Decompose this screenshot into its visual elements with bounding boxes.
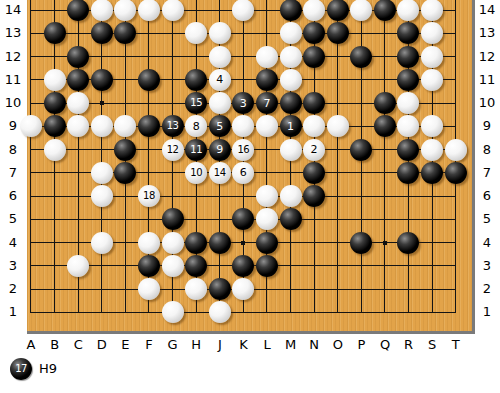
intersection-B12[interactable]	[43, 45, 67, 68]
grid-line-horizontal	[90, 265, 114, 266]
intersection-F3[interactable]	[137, 254, 161, 277]
intersection-Q3[interactable]	[373, 254, 397, 277]
intersection-O1[interactable]	[326, 301, 350, 324]
intersection-O2[interactable]	[326, 277, 350, 300]
grid-line-horizontal	[114, 289, 138, 290]
intersection-B3[interactable]	[43, 254, 67, 277]
intersection-H7[interactable]: 10	[184, 161, 208, 184]
intersection-L4[interactable]	[255, 231, 279, 254]
grid-line-horizontal	[30, 56, 42, 57]
intersection-S12[interactable]	[420, 45, 444, 68]
black-stone-L10: 7	[256, 92, 278, 114]
intersection-M5[interactable]	[279, 208, 303, 231]
intersection-O9[interactable]	[326, 115, 350, 138]
intersection-H2[interactable]	[184, 277, 208, 300]
intersection-R13[interactable]	[397, 22, 421, 45]
intersection-H9[interactable]: 8	[184, 115, 208, 138]
intersection-H12[interactable]	[184, 45, 208, 68]
intersection-K3[interactable]	[232, 254, 256, 277]
black-stone-E7	[114, 162, 136, 184]
black-stone-H8: 11	[185, 139, 207, 161]
intersection-E8[interactable]	[114, 138, 138, 161]
intersection-H3[interactable]	[184, 254, 208, 277]
intersection-N12[interactable]	[302, 45, 326, 68]
intersection-P11[interactable]	[350, 68, 374, 91]
intersection-B2[interactable]	[43, 277, 67, 300]
intersection-L11[interactable]	[255, 68, 279, 91]
intersection-D1[interactable]	[90, 301, 114, 324]
intersection-S14[interactable]	[420, 0, 444, 22]
intersection-T4[interactable]	[444, 231, 468, 254]
intersection-G4[interactable]	[161, 231, 185, 254]
intersection-S4[interactable]	[420, 231, 444, 254]
intersection-E5[interactable]	[114, 208, 138, 231]
intersection-K9[interactable]	[232, 115, 256, 138]
intersection-G3[interactable]	[161, 254, 185, 277]
grid-line-horizontal	[373, 56, 397, 57]
intersection-Q14[interactable]	[373, 0, 397, 22]
black-stone-J2	[209, 278, 231, 300]
row-label-left-4: 4	[0, 235, 26, 251]
intersection-D9[interactable]	[90, 115, 114, 138]
intersection-A9[interactable]	[19, 115, 43, 138]
intersection-N5[interactable]	[302, 208, 326, 231]
intersection-M7[interactable]	[279, 161, 303, 184]
intersection-S2[interactable]	[420, 277, 444, 300]
intersection-D14[interactable]	[90, 0, 114, 22]
intersection-C1[interactable]	[66, 301, 90, 324]
row-label-right-2: 2	[474, 281, 500, 297]
intersection-K14[interactable]	[232, 0, 256, 22]
intersection-P4[interactable]	[350, 231, 374, 254]
intersection-J12[interactable]	[208, 45, 232, 68]
intersection-M1[interactable]	[279, 301, 303, 324]
intersection-R8[interactable]	[397, 138, 421, 161]
intersection-L14[interactable]	[255, 0, 279, 22]
intersection-G12[interactable]	[161, 45, 185, 68]
intersection-T6[interactable]	[444, 184, 468, 207]
intersection-R1[interactable]	[397, 301, 421, 324]
intersection-S7[interactable]	[420, 161, 444, 184]
intersection-D2[interactable]	[90, 277, 114, 300]
intersection-R11[interactable]	[397, 68, 421, 91]
white-stone-J7: 14	[209, 162, 231, 184]
intersection-O10[interactable]	[326, 91, 350, 114]
annotation-move-number: 17	[15, 364, 27, 374]
intersection-L6[interactable]	[255, 184, 279, 207]
intersection-D8[interactable]	[90, 138, 114, 161]
white-stone-L6	[256, 185, 278, 207]
intersection-Q2[interactable]	[373, 277, 397, 300]
intersection-T3[interactable]	[444, 254, 468, 277]
intersection-G8[interactable]: 12	[161, 138, 185, 161]
intersection-O4[interactable]	[326, 231, 350, 254]
intersection-C13[interactable]	[66, 22, 90, 45]
intersection-Q6[interactable]	[373, 184, 397, 207]
intersection-H6[interactable]	[184, 184, 208, 207]
intersection-N13[interactable]	[302, 22, 326, 45]
intersection-L9[interactable]	[255, 115, 279, 138]
intersection-N8[interactable]: 2	[302, 138, 326, 161]
intersection-K13[interactable]	[232, 22, 256, 45]
intersection-Q5[interactable]	[373, 208, 397, 231]
intersection-B8[interactable]	[43, 138, 67, 161]
intersection-D12[interactable]	[90, 45, 114, 68]
intersection-K12[interactable]	[232, 45, 256, 68]
intersection-P13[interactable]	[350, 22, 374, 45]
intersection-F5[interactable]	[137, 208, 161, 231]
intersection-M8[interactable]	[279, 138, 303, 161]
intersection-M3[interactable]	[279, 254, 303, 277]
intersection-G9[interactable]: 13	[161, 115, 185, 138]
intersection-L1[interactable]	[255, 301, 279, 324]
intersection-P14[interactable]	[350, 0, 374, 22]
intersection-O5[interactable]	[326, 208, 350, 231]
intersection-M9[interactable]: 1	[279, 115, 303, 138]
intersection-O11[interactable]	[326, 68, 350, 91]
intersection-N1[interactable]	[302, 301, 326, 324]
grid-line-horizontal	[326, 196, 350, 197]
grid-line-horizontal	[232, 79, 256, 80]
grid-line-horizontal	[161, 79, 185, 80]
intersection-P1[interactable]	[350, 301, 374, 324]
intersection-M13[interactable]	[279, 22, 303, 45]
intersection-H1[interactable]	[184, 301, 208, 324]
intersection-S10[interactable]	[420, 91, 444, 114]
intersection-E13[interactable]	[114, 22, 138, 45]
intersection-F14[interactable]	[137, 0, 161, 22]
intersection-D10[interactable]	[90, 91, 114, 114]
white-stone-D6	[91, 185, 113, 207]
intersection-Q8[interactable]	[373, 138, 397, 161]
intersection-T14[interactable]	[444, 0, 468, 22]
intersection-G11[interactable]	[161, 68, 185, 91]
grid-line-horizontal	[444, 10, 456, 11]
intersection-J2[interactable]	[208, 277, 232, 300]
column-label-C: C	[65, 337, 91, 353]
white-stone-R9	[397, 115, 419, 137]
intersection-Q4[interactable]	[373, 231, 397, 254]
intersection-P10[interactable]	[350, 91, 374, 114]
intersection-S13[interactable]	[420, 22, 444, 45]
intersection-E12[interactable]	[114, 45, 138, 68]
intersection-C6[interactable]	[66, 184, 90, 207]
row-label-left-14: 14	[0, 2, 26, 18]
intersection-E11[interactable]	[114, 68, 138, 91]
intersection-K6[interactable]	[232, 184, 256, 207]
intersection-C4[interactable]	[66, 231, 90, 254]
intersection-R12[interactable]	[397, 45, 421, 68]
intersection-G2[interactable]	[161, 277, 185, 300]
intersection-M11[interactable]	[279, 68, 303, 91]
grid-line-horizontal	[350, 103, 374, 104]
intersection-N11[interactable]	[302, 68, 326, 91]
intersection-D13[interactable]	[90, 22, 114, 45]
intersection-L13[interactable]	[255, 22, 279, 45]
intersection-S11[interactable]	[420, 68, 444, 91]
intersection-C9[interactable]	[66, 115, 90, 138]
intersection-T12[interactable]	[444, 45, 468, 68]
intersection-B1[interactable]	[43, 301, 67, 324]
intersection-B14[interactable]	[43, 0, 67, 22]
intersection-G7[interactable]	[161, 161, 185, 184]
intersection-T11[interactable]	[444, 68, 468, 91]
intersection-O8[interactable]	[326, 138, 350, 161]
black-stone-N12	[303, 46, 325, 68]
intersection-K5[interactable]	[232, 208, 256, 231]
intersection-M4[interactable]	[279, 231, 303, 254]
grid-line-horizontal	[444, 265, 456, 266]
move-number-label: 2	[311, 144, 318, 155]
intersection-Q9[interactable]	[373, 115, 397, 138]
intersection-G14[interactable]	[161, 0, 185, 22]
grid-line-horizontal	[350, 289, 374, 290]
intersection-R10[interactable]	[397, 91, 421, 114]
intersection-B9[interactable]	[43, 115, 67, 138]
black-stone-J4	[209, 232, 231, 254]
intersection-P12[interactable]	[350, 45, 374, 68]
intersection-T2[interactable]	[444, 277, 468, 300]
intersection-J10[interactable]	[208, 91, 232, 114]
intersection-O7[interactable]	[326, 161, 350, 184]
grid-line-horizontal	[43, 219, 67, 220]
intersection-P8[interactable]	[350, 138, 374, 161]
intersection-G6[interactable]	[161, 184, 185, 207]
intersection-R3[interactable]	[397, 254, 421, 277]
intersection-R9[interactable]	[397, 115, 421, 138]
white-stone-B8	[44, 139, 66, 161]
intersection-J11[interactable]: 4	[208, 68, 232, 91]
grid-line-horizontal	[232, 33, 256, 34]
intersection-F2[interactable]	[137, 277, 161, 300]
intersection-N3[interactable]	[302, 254, 326, 277]
intersection-K7[interactable]: 6	[232, 161, 256, 184]
intersection-F6[interactable]: 18	[137, 184, 161, 207]
intersection-T5[interactable]	[444, 208, 468, 231]
intersection-C12[interactable]	[66, 45, 90, 68]
intersection-B5[interactable]	[43, 208, 67, 231]
grid-line-horizontal	[114, 265, 138, 266]
intersection-M14[interactable]	[279, 0, 303, 22]
grid-line-horizontal	[90, 312, 114, 313]
intersection-E14[interactable]	[114, 0, 138, 22]
intersection-B6[interactable]	[43, 184, 67, 207]
intersection-F1[interactable]	[137, 301, 161, 324]
intersection-Q12[interactable]	[373, 45, 397, 68]
intersection-S9[interactable]	[420, 115, 444, 138]
intersection-N2[interactable]	[302, 277, 326, 300]
white-stone-R10	[397, 92, 419, 114]
intersection-B7[interactable]	[43, 161, 67, 184]
intersection-P3[interactable]	[350, 254, 374, 277]
intersection-B11[interactable]	[43, 68, 67, 91]
intersection-E4[interactable]	[114, 231, 138, 254]
intersection-G1[interactable]	[161, 301, 185, 324]
intersection-R2[interactable]	[397, 277, 421, 300]
intersection-D6[interactable]	[90, 184, 114, 207]
intersection-C2[interactable]	[66, 277, 90, 300]
intersection-B4[interactable]	[43, 231, 67, 254]
intersection-J14[interactable]	[208, 0, 232, 22]
intersection-L2[interactable]	[255, 277, 279, 300]
intersection-F4[interactable]	[137, 231, 161, 254]
intersection-J9[interactable]: 5	[208, 115, 232, 138]
intersection-R7[interactable]	[397, 161, 421, 184]
intersection-R14[interactable]	[397, 0, 421, 22]
intersection-E7[interactable]	[114, 161, 138, 184]
intersection-F10[interactable]	[137, 91, 161, 114]
intersection-R6[interactable]	[397, 184, 421, 207]
intersection-L7[interactable]	[255, 161, 279, 184]
black-stone-P8	[350, 139, 372, 161]
intersection-N4[interactable]	[302, 231, 326, 254]
intersection-B10[interactable]	[43, 91, 67, 114]
white-stone-B11	[44, 69, 66, 91]
intersection-F12[interactable]	[137, 45, 161, 68]
intersection-H4[interactable]	[184, 231, 208, 254]
intersection-N7[interactable]	[302, 161, 326, 184]
intersection-E10[interactable]	[114, 91, 138, 114]
intersection-E2[interactable]	[114, 277, 138, 300]
intersection-F9[interactable]	[137, 115, 161, 138]
intersection-L12[interactable]	[255, 45, 279, 68]
black-stone-F9	[138, 115, 160, 137]
intersection-L3[interactable]	[255, 254, 279, 277]
intersection-F13[interactable]	[137, 22, 161, 45]
intersection-T13[interactable]	[444, 22, 468, 45]
intersection-G5[interactable]	[161, 208, 185, 231]
intersection-T8[interactable]	[444, 138, 468, 161]
grid-line-horizontal	[279, 242, 303, 243]
intersection-O3[interactable]	[326, 254, 350, 277]
intersection-P6[interactable]	[350, 184, 374, 207]
intersection-T1[interactable]	[444, 301, 468, 324]
grid-line-horizontal	[161, 172, 185, 173]
intersection-E1[interactable]	[114, 301, 138, 324]
intersection-P7[interactable]	[350, 161, 374, 184]
intersection-H10[interactable]: 15	[184, 91, 208, 114]
intersection-K1[interactable]	[232, 301, 256, 324]
intersection-P5[interactable]	[350, 208, 374, 231]
intersection-S8[interactable]	[420, 138, 444, 161]
intersection-K2[interactable]	[232, 277, 256, 300]
intersection-H11[interactable]	[184, 68, 208, 91]
intersection-S6[interactable]	[420, 184, 444, 207]
move-number-label: 4	[216, 74, 223, 85]
intersection-C11[interactable]	[66, 68, 90, 91]
intersection-O6[interactable]	[326, 184, 350, 207]
intersection-G13[interactable]	[161, 22, 185, 45]
intersection-J3[interactable]	[208, 254, 232, 277]
intersection-N10[interactable]	[302, 91, 326, 114]
intersection-Q10[interactable]	[373, 91, 397, 114]
intersection-L8[interactable]	[255, 138, 279, 161]
intersection-F7[interactable]	[137, 161, 161, 184]
intersection-M2[interactable]	[279, 277, 303, 300]
intersection-J7[interactable]: 14	[208, 161, 232, 184]
intersection-D5[interactable]	[90, 208, 114, 231]
intersection-K8[interactable]: 16	[232, 138, 256, 161]
intersection-T7[interactable]	[444, 161, 468, 184]
star-point-D10	[100, 101, 104, 105]
intersection-G10[interactable]	[161, 91, 185, 114]
intersection-D11[interactable]	[90, 68, 114, 91]
intersection-E6[interactable]	[114, 184, 138, 207]
intersection-O12[interactable]	[326, 45, 350, 68]
intersection-M10[interactable]	[279, 91, 303, 114]
white-stone-H7: 10	[185, 162, 207, 184]
intersection-S1[interactable]	[420, 301, 444, 324]
intersection-O13[interactable]	[326, 22, 350, 45]
intersection-E3[interactable]	[114, 254, 138, 277]
intersection-C10[interactable]	[66, 91, 90, 114]
intersection-Q11[interactable]	[373, 68, 397, 91]
intersection-D7[interactable]	[90, 161, 114, 184]
intersection-S5[interactable]	[420, 208, 444, 231]
intersection-F8[interactable]	[137, 138, 161, 161]
intersection-T10[interactable]	[444, 91, 468, 114]
intersection-D3[interactable]	[90, 254, 114, 277]
intersection-C3[interactable]	[66, 254, 90, 277]
intersection-E9[interactable]	[114, 115, 138, 138]
intersection-K4[interactable]	[232, 231, 256, 254]
intersection-N6[interactable]	[302, 184, 326, 207]
intersection-S3[interactable]	[420, 254, 444, 277]
intersection-J4[interactable]	[208, 231, 232, 254]
intersection-P2[interactable]	[350, 277, 374, 300]
intersection-O14[interactable]	[326, 0, 350, 22]
intersection-P9[interactable]	[350, 115, 374, 138]
intersection-B13[interactable]	[43, 22, 67, 45]
intersection-C14[interactable]	[66, 0, 90, 22]
intersection-Q13[interactable]	[373, 22, 397, 45]
white-stone-D9	[91, 115, 113, 137]
grid-line-horizontal	[66, 289, 90, 290]
intersection-J13[interactable]	[208, 22, 232, 45]
intersection-J1[interactable]	[208, 301, 232, 324]
column-label-B: B	[42, 337, 68, 353]
intersection-L10[interactable]: 7	[255, 91, 279, 114]
intersection-M6[interactable]	[279, 184, 303, 207]
intersection-C7[interactable]	[66, 161, 90, 184]
grid-line-horizontal	[326, 312, 350, 313]
intersection-H5[interactable]	[184, 208, 208, 231]
intersection-H8[interactable]: 11	[184, 138, 208, 161]
intersection-R4[interactable]	[397, 231, 421, 254]
intersection-K10[interactable]: 3	[232, 91, 256, 114]
intersection-M12[interactable]	[279, 45, 303, 68]
intersection-H13[interactable]	[184, 22, 208, 45]
intersection-C8[interactable]	[66, 138, 90, 161]
intersection-K11[interactable]	[232, 68, 256, 91]
intersection-H14[interactable]	[184, 0, 208, 22]
intersection-L5[interactable]	[255, 208, 279, 231]
intersection-N14[interactable]	[302, 0, 326, 22]
intersection-J6[interactable]	[208, 184, 232, 207]
intersection-J8[interactable]: 9	[208, 138, 232, 161]
intersection-Q7[interactable]	[373, 161, 397, 184]
intersection-C5[interactable]	[66, 208, 90, 231]
intersection-R5[interactable]	[397, 208, 421, 231]
grid-line-horizontal	[444, 219, 456, 220]
intersection-T9[interactable]	[444, 115, 468, 138]
intersection-D4[interactable]	[90, 231, 114, 254]
intersection-J5[interactable]	[208, 208, 232, 231]
intersection-Q1[interactable]	[373, 301, 397, 324]
column-label-T: T	[443, 337, 469, 353]
intersection-F11[interactable]	[137, 68, 161, 91]
intersection-N9[interactable]	[302, 115, 326, 138]
